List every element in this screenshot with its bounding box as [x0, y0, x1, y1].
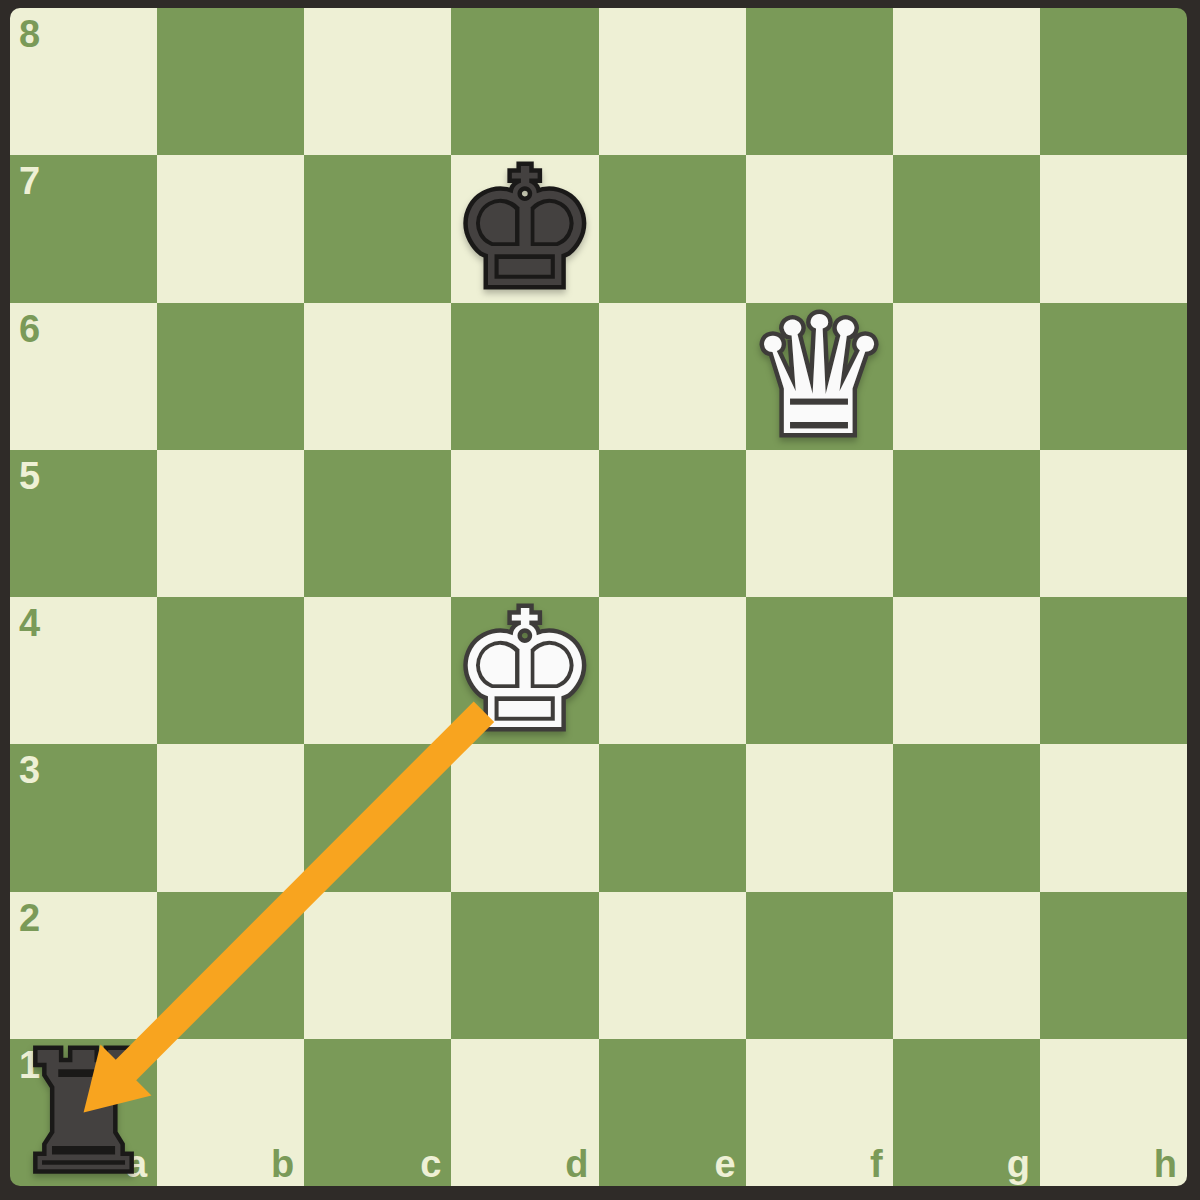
square-f1[interactable]: f — [746, 1039, 893, 1186]
rank-label-6: 6 — [19, 310, 40, 348]
file-label-d: d — [565, 1145, 588, 1183]
square-b6[interactable] — [157, 303, 304, 450]
square-e6[interactable] — [599, 303, 746, 450]
file-label-b: b — [271, 1145, 294, 1183]
square-c5[interactable] — [304, 450, 451, 597]
square-e4[interactable] — [599, 597, 746, 744]
piece-black-rook-a1[interactable]: ♜ — [10, 1039, 157, 1186]
square-b5[interactable] — [157, 450, 304, 597]
file-label-f: f — [870, 1145, 883, 1183]
square-c8[interactable] — [304, 8, 451, 155]
square-e1[interactable]: e — [599, 1039, 746, 1186]
square-h4[interactable] — [1040, 597, 1187, 744]
square-b1[interactable]: b — [157, 1039, 304, 1186]
square-g3[interactable] — [893, 744, 1040, 891]
square-a3[interactable]: 3 — [10, 744, 157, 891]
square-a8[interactable]: 8 — [10, 8, 157, 155]
square-b4[interactable] — [157, 597, 304, 744]
square-f5[interactable] — [746, 450, 893, 597]
file-label-h: h — [1154, 1145, 1177, 1183]
square-g1[interactable]: g — [893, 1039, 1040, 1186]
square-g2[interactable] — [893, 892, 1040, 1039]
square-h3[interactable] — [1040, 744, 1187, 891]
square-c4[interactable] — [304, 597, 451, 744]
square-c2[interactable] — [304, 892, 451, 1039]
square-a5[interactable]: 5 — [10, 450, 157, 597]
square-g7[interactable] — [893, 155, 1040, 302]
square-c3[interactable] — [304, 744, 451, 891]
square-e2[interactable] — [599, 892, 746, 1039]
file-label-e: e — [714, 1145, 735, 1183]
square-d3[interactable] — [451, 744, 598, 891]
square-d2[interactable] — [451, 892, 598, 1039]
square-d8[interactable] — [451, 8, 598, 155]
square-c7[interactable] — [304, 155, 451, 302]
board-frame: 87654321abcdefgh ♚♛♚♜ — [0, 0, 1200, 1200]
square-f8[interactable] — [746, 8, 893, 155]
rank-label-8: 8 — [19, 15, 40, 53]
square-b2[interactable] — [157, 892, 304, 1039]
chess-board: 87654321abcdefgh — [10, 8, 1187, 1186]
square-e3[interactable] — [599, 744, 746, 891]
file-label-g: g — [1007, 1145, 1030, 1183]
square-g5[interactable] — [893, 450, 1040, 597]
rank-label-7: 7 — [19, 162, 40, 200]
square-h5[interactable] — [1040, 450, 1187, 597]
square-b3[interactable] — [157, 744, 304, 891]
square-f3[interactable] — [746, 744, 893, 891]
square-g4[interactable] — [893, 597, 1040, 744]
square-b7[interactable] — [157, 155, 304, 302]
file-label-c: c — [420, 1145, 441, 1183]
square-g6[interactable] — [893, 303, 1040, 450]
square-g8[interactable] — [893, 8, 1040, 155]
square-h8[interactable] — [1040, 8, 1187, 155]
square-b8[interactable] — [157, 8, 304, 155]
square-h7[interactable] — [1040, 155, 1187, 302]
square-a2[interactable]: 2 — [10, 892, 157, 1039]
square-c6[interactable] — [304, 303, 451, 450]
square-a7[interactable]: 7 — [10, 155, 157, 302]
square-d6[interactable] — [451, 303, 598, 450]
square-h1[interactable]: h — [1040, 1039, 1187, 1186]
piece-white-king-d4[interactable]: ♚ — [451, 597, 598, 744]
square-e8[interactable] — [599, 8, 746, 155]
square-f7[interactable] — [746, 155, 893, 302]
rank-label-4: 4 — [19, 604, 40, 642]
rank-label-3: 3 — [19, 751, 40, 789]
square-c1[interactable]: c — [304, 1039, 451, 1186]
square-d1[interactable]: d — [451, 1039, 598, 1186]
square-e7[interactable] — [599, 155, 746, 302]
square-d5[interactable] — [451, 450, 598, 597]
square-h6[interactable] — [1040, 303, 1187, 450]
square-a6[interactable]: 6 — [10, 303, 157, 450]
piece-white-queen-f6[interactable]: ♛ — [746, 303, 893, 450]
square-e5[interactable] — [599, 450, 746, 597]
square-h2[interactable] — [1040, 892, 1187, 1039]
square-f4[interactable] — [746, 597, 893, 744]
square-f2[interactable] — [746, 892, 893, 1039]
rank-label-2: 2 — [19, 899, 40, 937]
rank-label-5: 5 — [19, 457, 40, 495]
square-a4[interactable]: 4 — [10, 597, 157, 744]
piece-black-king-d7[interactable]: ♚ — [451, 155, 598, 302]
